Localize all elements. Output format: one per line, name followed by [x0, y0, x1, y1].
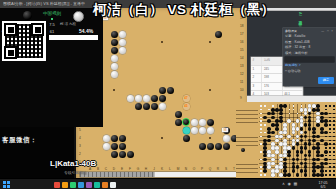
board-cell[interactable]	[230, 86, 238, 94]
board-cell[interactable]	[206, 54, 214, 62]
board-cell[interactable]	[214, 102, 222, 110]
board-cell[interactable]	[174, 70, 182, 78]
board-cell[interactable]	[166, 94, 174, 102]
taskbar-app-icon[interactable]	[62, 182, 68, 188]
board-cell[interactable]	[182, 46, 190, 54]
board-cell[interactable]	[142, 46, 150, 54]
board-cell[interactable]	[110, 54, 118, 62]
board-cell[interactable]	[182, 54, 190, 62]
board-cell[interactable]	[94, 134, 102, 142]
board-cell[interactable]	[126, 142, 134, 150]
board-cell[interactable]	[214, 70, 222, 78]
board-cell[interactable]	[222, 94, 230, 102]
board-cell[interactable]	[102, 70, 110, 78]
board-cell[interactable]	[110, 86, 118, 94]
board-cell[interactable]	[198, 142, 206, 150]
board-cell[interactable]	[118, 46, 126, 54]
board-cell[interactable]	[134, 134, 142, 142]
board-cell[interactable]	[174, 126, 182, 134]
board-cell[interactable]	[182, 78, 190, 86]
board-cell[interactable]	[206, 142, 214, 150]
board-cell[interactable]	[134, 142, 142, 150]
move-slider[interactable]	[80, 172, 244, 177]
board-cell[interactable]	[182, 150, 190, 158]
board-cell[interactable]	[190, 46, 198, 54]
board-cell[interactable]	[134, 158, 142, 166]
board-cell[interactable]	[182, 62, 190, 70]
board-cell[interactable]	[118, 102, 126, 110]
board-cell[interactable]	[230, 62, 238, 70]
board-cell[interactable]	[166, 134, 174, 142]
mini-board-cell[interactable]	[332, 173, 336, 177]
board-cell[interactable]	[102, 110, 110, 118]
board-cell[interactable]	[142, 86, 150, 94]
board-cell[interactable]	[134, 70, 142, 78]
board-cell[interactable]	[190, 62, 198, 70]
board-cell[interactable]	[118, 38, 126, 46]
board-cell[interactable]	[182, 126, 190, 134]
board-cell[interactable]	[166, 102, 174, 110]
board-cell[interactable]	[198, 78, 206, 86]
board-cell[interactable]	[174, 78, 182, 86]
board-cell[interactable]	[190, 142, 198, 150]
board-cell[interactable]	[214, 46, 222, 54]
board-cell[interactable]	[166, 142, 174, 150]
board-cell[interactable]	[206, 78, 214, 86]
board-cell[interactable]	[118, 86, 126, 94]
board-cell[interactable]	[102, 38, 110, 46]
dialog-checkbox[interactable]: □ 自动启动	[283, 69, 336, 75]
board-cell[interactable]	[126, 86, 134, 94]
board-cell[interactable]	[142, 118, 150, 126]
board-cell[interactable]	[158, 94, 166, 102]
board-cell[interactable]	[150, 126, 158, 134]
board-cell[interactable]	[174, 46, 182, 54]
board-cell[interactable]	[126, 118, 134, 126]
board-cell[interactable]	[222, 70, 230, 78]
board-cell[interactable]	[166, 70, 174, 78]
board-cell[interactable]	[118, 54, 126, 62]
board-cell[interactable]	[110, 70, 118, 78]
board-cell[interactable]	[230, 30, 238, 38]
move-slider-thumb[interactable]	[154, 172, 244, 177]
tray-icon[interactable]: ∧	[282, 181, 285, 186]
start-button-icon[interactable]	[3, 181, 10, 188]
board-cell[interactable]	[110, 126, 118, 134]
board-cell[interactable]	[158, 38, 166, 46]
board-cell[interactable]	[118, 118, 126, 126]
board-cell[interactable]	[150, 118, 158, 126]
board-cell[interactable]	[182, 22, 190, 30]
board-cell[interactable]	[230, 22, 238, 30]
board-cell[interactable]	[222, 110, 230, 118]
board-cell[interactable]	[190, 126, 198, 134]
taskbar-app-icon[interactable]	[102, 182, 108, 188]
board-cell[interactable]	[206, 110, 214, 118]
board-cell[interactable]	[110, 102, 118, 110]
board-cell[interactable]	[190, 86, 198, 94]
board-cell[interactable]: 45	[182, 102, 190, 110]
board-cell[interactable]	[230, 54, 238, 62]
board-cell[interactable]	[110, 150, 118, 158]
board-cell[interactable]	[158, 134, 166, 142]
board-cell[interactable]	[126, 62, 134, 70]
board-cell[interactable]	[102, 142, 110, 150]
board-cell[interactable]	[134, 30, 142, 38]
board-cell[interactable]	[86, 150, 94, 158]
board-cell[interactable]	[190, 158, 198, 166]
board-cell[interactable]	[102, 134, 110, 142]
board-cell[interactable]	[150, 46, 158, 54]
board-cell[interactable]	[102, 94, 110, 102]
board-cell[interactable]	[166, 158, 174, 166]
board-cell[interactable]	[198, 126, 206, 134]
board-cell[interactable]	[174, 142, 182, 150]
board-cell[interactable]	[118, 78, 126, 86]
go-board[interactable]: 47459898	[86, 14, 238, 166]
board-cell[interactable]	[174, 54, 182, 62]
board-cell[interactable]	[222, 62, 230, 70]
board-cell[interactable]	[198, 54, 206, 62]
board-cell[interactable]	[150, 134, 158, 142]
board-cell[interactable]	[222, 118, 230, 126]
board-cell[interactable]	[118, 150, 126, 158]
board-cell[interactable]	[230, 38, 238, 46]
board-cell[interactable]	[198, 102, 206, 110]
board-cell[interactable]	[110, 142, 118, 150]
board-cell[interactable]	[166, 118, 174, 126]
board-cell[interactable]	[118, 110, 126, 118]
board-cell[interactable]	[102, 118, 110, 126]
board-cell[interactable]	[222, 86, 230, 94]
board-cell[interactable]	[102, 126, 110, 134]
board-cell[interactable]	[126, 126, 134, 134]
board-cell[interactable]	[206, 30, 214, 38]
board-cell[interactable]	[182, 110, 190, 118]
board-cell[interactable]	[206, 150, 214, 158]
board-cell[interactable]	[110, 110, 118, 118]
board-cell[interactable]	[150, 158, 158, 166]
board-cell[interactable]	[214, 150, 222, 158]
board-cell[interactable]	[214, 62, 222, 70]
board-cell[interactable]	[166, 86, 174, 94]
board-cell[interactable]	[158, 62, 166, 70]
board-cell[interactable]	[214, 94, 222, 102]
board-cell[interactable]	[102, 62, 110, 70]
board-cell[interactable]	[174, 118, 182, 126]
board-cell[interactable]	[126, 38, 134, 46]
board-cell[interactable]	[94, 150, 102, 158]
board-cell[interactable]	[206, 86, 214, 94]
board-cell[interactable]	[102, 30, 110, 38]
board-cell[interactable]	[190, 94, 198, 102]
board-cell[interactable]	[126, 134, 134, 142]
board-cell[interactable]	[118, 62, 126, 70]
board-cell[interactable]	[206, 158, 214, 166]
board-cell[interactable]	[110, 158, 118, 166]
board-cell[interactable]	[214, 110, 222, 118]
board-cell[interactable]	[126, 150, 134, 158]
board-cell[interactable]	[190, 30, 198, 38]
board-cell[interactable]	[102, 78, 110, 86]
taskbar-app-icon[interactable]	[54, 182, 60, 188]
board-cell[interactable]	[222, 102, 230, 110]
board-cell[interactable]	[230, 46, 238, 54]
board-cell[interactable]	[166, 78, 174, 86]
board-cell[interactable]	[142, 110, 150, 118]
board-cell[interactable]	[150, 94, 158, 102]
board-cell[interactable]	[150, 78, 158, 86]
board-cell[interactable]	[158, 54, 166, 62]
dialog-input[interactable]	[285, 57, 334, 62]
board-cell[interactable]	[110, 62, 118, 70]
dialog-confirm-button[interactable]: 确定	[318, 77, 334, 84]
board-cell[interactable]	[142, 30, 150, 38]
board-cell[interactable]	[110, 78, 118, 86]
board-cell[interactable]	[158, 158, 166, 166]
board-cell[interactable]	[206, 62, 214, 70]
board-cell[interactable]	[214, 158, 222, 166]
taskbar-app-icon[interactable]	[86, 182, 92, 188]
board-cell[interactable]	[182, 70, 190, 78]
board-cell[interactable]	[222, 30, 230, 38]
board-cell[interactable]	[214, 134, 222, 142]
board-cell[interactable]	[214, 22, 222, 30]
board-cell[interactable]	[110, 46, 118, 54]
board-cell[interactable]	[198, 30, 206, 38]
board-cell[interactable]	[222, 158, 230, 166]
board-cell[interactable]	[198, 62, 206, 70]
board-cell[interactable]	[182, 38, 190, 46]
board-cell[interactable]	[198, 134, 206, 142]
board-cell[interactable]	[214, 142, 222, 150]
mini-go-board[interactable]	[259, 104, 336, 177]
board-cell[interactable]	[190, 70, 198, 78]
board-cell[interactable]	[118, 30, 126, 38]
board-cell[interactable]: 47	[182, 94, 190, 102]
board-cell[interactable]	[206, 46, 214, 54]
board-cell[interactable]	[166, 150, 174, 158]
board-cell[interactable]	[166, 30, 174, 38]
board-cell[interactable]	[198, 94, 206, 102]
taskbar-app-icon[interactable]	[70, 182, 76, 188]
board-cell[interactable]	[142, 126, 150, 134]
board-cell[interactable]	[174, 86, 182, 94]
board-cell[interactable]	[198, 86, 206, 94]
board-cell[interactable]	[206, 22, 214, 30]
board-cell[interactable]	[174, 110, 182, 118]
board-cell[interactable]	[222, 142, 230, 150]
board-cell[interactable]	[190, 150, 198, 158]
board-cell[interactable]	[134, 62, 142, 70]
board-cell[interactable]	[206, 134, 214, 142]
board-cell[interactable]	[190, 110, 198, 118]
board-cell[interactable]	[102, 102, 110, 110]
board-cell[interactable]	[126, 30, 134, 38]
board-cell[interactable]	[158, 78, 166, 86]
board-cell[interactable]	[158, 22, 166, 30]
board-cell[interactable]	[222, 38, 230, 46]
board-cell[interactable]	[150, 54, 158, 62]
taskbar-app-icon[interactable]	[94, 182, 100, 188]
board-cell[interactable]	[142, 38, 150, 46]
board-cell[interactable]	[126, 94, 134, 102]
board-cell[interactable]	[198, 110, 206, 118]
taskbar-app-icon[interactable]	[78, 182, 84, 188]
board-cell[interactable]	[158, 118, 166, 126]
board-cell[interactable]	[134, 126, 142, 134]
board-cell[interactable]	[166, 46, 174, 54]
board-cell[interactable]	[134, 150, 142, 158]
board-cell[interactable]	[166, 110, 174, 118]
board-cell[interactable]	[222, 78, 230, 86]
board-cell[interactable]	[182, 30, 190, 38]
board-cell[interactable]	[126, 78, 134, 86]
taskbar-clock[interactable]: 17:05 6/5	[312, 181, 334, 189]
board-cell[interactable]	[182, 86, 190, 94]
dialog-window-controls[interactable]: — □ ×	[321, 29, 334, 33]
board-cell[interactable]	[110, 94, 118, 102]
board-cell[interactable]	[214, 38, 222, 46]
board-cell[interactable]	[206, 118, 214, 126]
board-cell[interactable]	[182, 118, 190, 126]
board-cell[interactable]	[158, 46, 166, 54]
board-cell[interactable]	[142, 54, 150, 62]
board-cell[interactable]	[102, 158, 110, 166]
board-cell[interactable]	[126, 46, 134, 54]
board-cell[interactable]	[142, 134, 150, 142]
board-cell[interactable]	[102, 86, 110, 94]
board-cell[interactable]	[206, 126, 214, 134]
board-cell[interactable]	[150, 86, 158, 94]
board-cell[interactable]	[134, 94, 142, 102]
board-cell[interactable]	[118, 94, 126, 102]
board-cell[interactable]	[142, 150, 150, 158]
board-cell[interactable]	[174, 30, 182, 38]
board-cell[interactable]	[142, 102, 150, 110]
board-cell[interactable]	[134, 38, 142, 46]
board-cell[interactable]	[126, 22, 134, 30]
board-cell[interactable]	[214, 118, 222, 126]
board-cell[interactable]	[158, 86, 166, 94]
board-cell[interactable]	[110, 134, 118, 142]
board-cell[interactable]	[158, 150, 166, 158]
board-cell[interactable]	[230, 70, 238, 78]
board-cell[interactable]	[102, 22, 110, 30]
board-cell[interactable]	[118, 158, 126, 166]
board-cell[interactable]	[158, 142, 166, 150]
board-cell[interactable]	[174, 102, 182, 110]
taskbar-app-icon[interactable]	[110, 182, 116, 188]
board-cell[interactable]	[142, 78, 150, 86]
board-cell[interactable]	[142, 22, 150, 30]
board-cell[interactable]	[150, 142, 158, 150]
board-cell[interactable]	[150, 62, 158, 70]
board-cell[interactable]	[214, 126, 222, 134]
board-cell[interactable]	[206, 94, 214, 102]
board-cell[interactable]	[190, 118, 198, 126]
board-cell[interactable]	[206, 38, 214, 46]
board-cell[interactable]	[134, 78, 142, 86]
board-cell[interactable]	[118, 70, 126, 78]
board-cell[interactable]	[142, 70, 150, 78]
board-cell[interactable]	[158, 126, 166, 134]
board-cell[interactable]	[110, 30, 118, 38]
board-cell[interactable]	[158, 110, 166, 118]
board-cell[interactable]	[118, 142, 126, 150]
board-cell[interactable]	[110, 118, 118, 126]
board-cell[interactable]	[222, 22, 230, 30]
board-cell[interactable]	[214, 78, 222, 86]
board-cell[interactable]	[150, 150, 158, 158]
board-cell[interactable]	[150, 102, 158, 110]
board-cell[interactable]	[206, 102, 214, 110]
board-cell[interactable]	[150, 70, 158, 78]
board-cell[interactable]	[86, 126, 94, 134]
board-cell[interactable]	[86, 134, 94, 142]
board-cell[interactable]	[126, 102, 134, 110]
board-cell[interactable]	[190, 22, 198, 30]
board-cell[interactable]	[126, 158, 134, 166]
board-cell[interactable]	[142, 94, 150, 102]
board-cell[interactable]	[86, 142, 94, 150]
board-cell[interactable]	[134, 86, 142, 94]
board-cell[interactable]	[126, 110, 134, 118]
board-cell[interactable]	[158, 30, 166, 38]
os-taskbar[interactable]: ∧◉▦ 17:05 6/5	[0, 178, 336, 189]
board-cell[interactable]	[166, 54, 174, 62]
board-cell[interactable]	[102, 46, 110, 54]
board-cell[interactable]	[150, 30, 158, 38]
board-cell[interactable]	[110, 38, 118, 46]
board-cell[interactable]	[166, 126, 174, 134]
board-cell[interactable]	[142, 62, 150, 70]
board-cell[interactable]	[198, 118, 206, 126]
board-cell[interactable]	[190, 38, 198, 46]
board-cell[interactable]	[214, 86, 222, 94]
board-cell[interactable]	[142, 158, 150, 166]
tray-icon[interactable]: ▦	[293, 181, 297, 186]
board-cell[interactable]	[222, 134, 230, 142]
board-cell[interactable]	[166, 38, 174, 46]
board-cell[interactable]	[222, 150, 230, 158]
board-cell[interactable]	[198, 70, 206, 78]
board-cell[interactable]	[94, 142, 102, 150]
board-cell[interactable]	[230, 78, 238, 86]
board-cell[interactable]	[174, 62, 182, 70]
board-cell[interactable]	[222, 54, 230, 62]
board-cell[interactable]	[190, 54, 198, 62]
board-cell[interactable]	[198, 158, 206, 166]
board-cell[interactable]	[134, 46, 142, 54]
board-cell[interactable]	[134, 102, 142, 110]
board-cell[interactable]	[150, 22, 158, 30]
board-cell[interactable]	[190, 134, 198, 142]
board-cell[interactable]	[206, 70, 214, 78]
board-cell[interactable]	[134, 118, 142, 126]
board-cell[interactable]	[150, 110, 158, 118]
board-cell[interactable]	[222, 46, 230, 54]
board-cell[interactable]	[230, 94, 238, 102]
board-cell[interactable]	[182, 134, 190, 142]
board-cell[interactable]	[190, 78, 198, 86]
board-cell[interactable]	[190, 102, 198, 110]
board-cell[interactable]	[174, 158, 182, 166]
board-cell[interactable]	[198, 22, 206, 30]
board-cell[interactable]	[94, 126, 102, 134]
board-cell[interactable]	[166, 22, 174, 30]
board-cell[interactable]	[126, 70, 134, 78]
